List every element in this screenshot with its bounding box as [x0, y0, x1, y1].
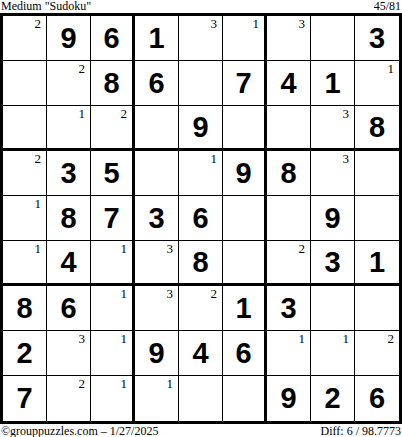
cell-r2c9[interactable]: 1 — [355, 61, 399, 106]
given-digit: 3 — [280, 294, 296, 323]
corner-mark: 2 — [79, 62, 86, 76]
cell-r6c8[interactable]: 3 — [311, 241, 355, 286]
given-digit: 6 — [148, 69, 164, 98]
cell-r8c9[interactable]: 2 — [355, 331, 399, 376]
corner-mark: 1 — [388, 62, 395, 76]
given-digit: 1 — [148, 24, 164, 53]
cell-r5c7[interactable] — [267, 196, 311, 241]
corner-mark: 1 — [211, 152, 218, 166]
given-digit: 6 — [192, 204, 208, 233]
given-digit: 6 — [235, 339, 251, 368]
cell-r8c2[interactable]: 3 — [47, 331, 91, 376]
corner-mark: 1 — [167, 377, 174, 391]
cell-r4c9[interactable] — [355, 151, 399, 196]
given-digit: 8 — [192, 248, 208, 277]
given-digit: 9 — [280, 384, 296, 413]
given-digit: 8 — [60, 204, 76, 233]
given-digit: 6 — [103, 24, 119, 53]
cell-r1c7[interactable]: 3 — [267, 16, 311, 61]
corner-mark: 2 — [79, 377, 86, 391]
given-digit: 1 — [235, 294, 251, 323]
given-digit: 8 — [280, 159, 296, 188]
given-digit: 3 — [369, 24, 385, 53]
cell-r5c6[interactable] — [223, 196, 267, 241]
cell-r1c6[interactable]: 1 — [223, 16, 267, 61]
cell-r4c4[interactable] — [135, 151, 179, 196]
cell-r1c8[interactable] — [311, 16, 355, 61]
given-digit: 3 — [148, 204, 164, 233]
corner-mark: 1 — [121, 332, 128, 346]
cell-r5c4[interactable]: 3 — [135, 196, 179, 241]
given-digit: 7 — [103, 204, 119, 233]
cell-r7c1[interactable]: 8 — [3, 286, 47, 331]
corner-mark: 1 — [343, 332, 350, 346]
cell-r2c5[interactable] — [179, 61, 223, 106]
given-digit: 5 — [103, 159, 119, 188]
footer: ©grouppuzzles.com – 1/27/2025 Diff: 6 / … — [0, 424, 402, 437]
given-digit: 1 — [369, 248, 385, 277]
cell-r7c8[interactable] — [311, 286, 355, 331]
cell-r3c9[interactable]: 8 — [355, 106, 399, 151]
sudoku-page: Medium "Sudoku" 45/81 296131332867411129… — [0, 0, 402, 437]
given-digit: 8 — [103, 69, 119, 98]
cell-r6c3[interactable]: 1 — [91, 241, 135, 286]
corner-mark: 1 — [121, 287, 128, 301]
cell-r6c9[interactable]: 1 — [355, 241, 399, 286]
cell-r8c1[interactable]: 2 — [3, 331, 47, 376]
corner-mark: 3 — [167, 242, 174, 256]
cell-r2c6[interactable]: 7 — [223, 61, 267, 106]
corner-mark: 3 — [343, 107, 350, 121]
cell-r3c1[interactable] — [3, 106, 47, 151]
difficulty-rating: Diff: 6 / 98.7773 — [321, 425, 401, 437]
corner-mark: 1 — [35, 242, 42, 256]
given-digit: 9 — [60, 24, 76, 53]
cell-r7c9[interactable] — [355, 286, 399, 331]
cell-r1c9[interactable]: 3 — [355, 16, 399, 61]
sudoku-board: 2961313328674111293823519831873691413823… — [0, 13, 402, 424]
cell-r7c2[interactable]: 6 — [47, 286, 91, 331]
corner-mark: 1 — [35, 197, 42, 211]
cell-r4c8[interactable]: 3 — [311, 151, 355, 196]
cell-r1c3[interactable]: 6 — [91, 16, 135, 61]
corner-mark: 1 — [299, 332, 306, 346]
given-digit: 9 — [148, 339, 164, 368]
corner-mark: 2 — [388, 332, 395, 346]
cell-r1c4[interactable]: 1 — [135, 16, 179, 61]
corner-mark: 3 — [299, 17, 306, 31]
corner-mark: 3 — [167, 287, 174, 301]
corner-mark: 3 — [79, 332, 86, 346]
corner-mark: 2 — [299, 242, 306, 256]
cell-r2c4[interactable]: 6 — [135, 61, 179, 106]
given-digit: 8 — [16, 294, 32, 323]
cell-r6c7[interactable]: 2 — [267, 241, 311, 286]
corner-mark: 2 — [121, 107, 128, 121]
cell-r6c2[interactable]: 4 — [47, 241, 91, 286]
cell-r5c9[interactable] — [355, 196, 399, 241]
cell-r8c7[interactable]: 1 — [267, 331, 311, 376]
cell-r3c8[interactable]: 3 — [311, 106, 355, 151]
cell-r3c4[interactable] — [135, 106, 179, 151]
given-digit: 4 — [192, 339, 208, 368]
cells-remaining-counter: 45/81 — [374, 0, 401, 12]
cell-r9c5[interactable] — [179, 376, 223, 421]
given-digit: 4 — [280, 69, 296, 98]
given-digit: 6 — [369, 384, 385, 413]
cell-r5c2[interactable]: 8 — [47, 196, 91, 241]
cell-r3c7[interactable] — [267, 106, 311, 151]
cell-r4c5[interactable]: 1 — [179, 151, 223, 196]
cell-r8c6[interactable]: 6 — [223, 331, 267, 376]
cell-r3c5[interactable]: 9 — [179, 106, 223, 151]
cell-r1c2[interactable]: 9 — [47, 16, 91, 61]
cell-r4c3[interactable]: 5 — [91, 151, 135, 196]
cell-r7c4[interactable]: 3 — [135, 286, 179, 331]
cell-r9c9[interactable]: 6 — [355, 376, 399, 421]
cell-r7c3[interactable]: 1 — [91, 286, 135, 331]
cell-r5c5[interactable]: 6 — [179, 196, 223, 241]
cell-r9c2[interactable]: 2 — [47, 376, 91, 421]
cell-r3c2[interactable]: 1 — [47, 106, 91, 151]
cell-r9c8[interactable]: 2 — [311, 376, 355, 421]
given-digit: 6 — [60, 294, 76, 323]
corner-mark: 1 — [79, 107, 86, 121]
cell-r8c5[interactable]: 4 — [179, 331, 223, 376]
cell-r6c1[interactable]: 1 — [3, 241, 47, 286]
copyright-date: ©grouppuzzles.com – 1/27/2025 — [1, 425, 158, 437]
given-digit: 9 — [235, 159, 251, 188]
given-digit: 7 — [235, 69, 251, 98]
cell-r6c5[interactable]: 8 — [179, 241, 223, 286]
given-digit: 3 — [324, 248, 340, 277]
given-digit: 2 — [324, 384, 340, 413]
cell-r9c1[interactable]: 7 — [3, 376, 47, 421]
cell-r7c5[interactable]: 2 — [179, 286, 223, 331]
cell-r2c8[interactable]: 1 — [311, 61, 355, 106]
corner-mark: 1 — [253, 17, 260, 31]
cell-r6c6[interactable] — [223, 241, 267, 286]
given-digit: 8 — [369, 113, 385, 142]
cell-r9c4[interactable]: 1 — [135, 376, 179, 421]
cell-r5c1[interactable]: 1 — [3, 196, 47, 241]
given-digit: 1 — [324, 69, 340, 98]
given-digit: 4 — [60, 248, 76, 277]
corner-mark: 1 — [121, 377, 128, 391]
cell-r3c6[interactable] — [223, 106, 267, 151]
corner-mark: 3 — [343, 152, 350, 166]
given-digit: 9 — [324, 204, 340, 233]
corner-mark: 1 — [121, 242, 128, 256]
header: Medium "Sudoku" 45/81 — [0, 0, 402, 13]
cell-r4c2[interactable]: 3 — [47, 151, 91, 196]
cell-r4c7[interactable]: 8 — [267, 151, 311, 196]
corner-mark: 2 — [211, 287, 218, 301]
cell-r9c3[interactable]: 1 — [91, 376, 135, 421]
cell-r9c7[interactable]: 9 — [267, 376, 311, 421]
cell-r9c6[interactable] — [223, 376, 267, 421]
corner-mark: 3 — [211, 17, 218, 31]
cell-r8c3[interactable]: 1 — [91, 331, 135, 376]
cell-r2c7[interactable]: 4 — [267, 61, 311, 106]
cell-r7c6[interactable]: 1 — [223, 286, 267, 331]
corner-mark: 2 — [35, 17, 42, 31]
cell-r7c7[interactable]: 3 — [267, 286, 311, 331]
cell-r1c1[interactable]: 2 — [3, 16, 47, 61]
cell-r2c1[interactable] — [3, 61, 47, 106]
cell-r2c3[interactable]: 8 — [91, 61, 135, 106]
corner-mark: 2 — [35, 152, 42, 166]
page-title: Medium "Sudoku" — [1, 0, 91, 12]
cell-r5c8[interactable]: 9 — [311, 196, 355, 241]
cell-r3c3[interactable]: 2 — [91, 106, 135, 151]
given-digit: 9 — [192, 113, 208, 142]
cell-r4c1[interactable]: 2 — [3, 151, 47, 196]
cell-r8c4[interactable]: 9 — [135, 331, 179, 376]
given-digit: 7 — [16, 384, 32, 413]
cell-r2c2[interactable]: 2 — [47, 61, 91, 106]
cell-r8c8[interactable]: 1 — [311, 331, 355, 376]
cell-r1c5[interactable]: 3 — [179, 16, 223, 61]
cell-r6c4[interactable]: 3 — [135, 241, 179, 286]
given-digit: 3 — [60, 159, 76, 188]
given-digit: 2 — [16, 339, 32, 368]
cell-r4c6[interactable]: 9 — [223, 151, 267, 196]
cell-r5c3[interactable]: 7 — [91, 196, 135, 241]
